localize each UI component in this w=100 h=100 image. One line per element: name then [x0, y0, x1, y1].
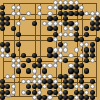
- black-stone: [84, 95, 89, 100]
- black-stone: [84, 47, 89, 52]
- white-stone: [47, 63, 52, 68]
- white-stone: [11, 74, 16, 79]
- black-stone: [32, 21, 37, 26]
- white-stone: [16, 11, 21, 16]
- white-stone: [11, 90, 16, 95]
- black-stone: [63, 90, 68, 95]
- white-stone: [95, 11, 100, 16]
- black-stone: [47, 47, 52, 52]
- black-stone: [47, 90, 52, 95]
- white-stone: [90, 58, 95, 63]
- black-stone: [32, 90, 37, 95]
- white-stone: [68, 32, 73, 37]
- white-stone: [47, 11, 52, 16]
- black-stone: [74, 68, 79, 73]
- black-stone: [21, 53, 26, 58]
- black-stone: [90, 90, 95, 95]
- black-stone: [68, 11, 73, 16]
- white-stone: [63, 47, 68, 52]
- black-stone: [95, 37, 100, 42]
- black-stone: [68, 84, 73, 89]
- white-stone: [68, 53, 73, 58]
- black-stone: [47, 53, 52, 58]
- white-stone: [90, 11, 95, 16]
- white-stone: [32, 68, 37, 73]
- star-point: [18, 49, 19, 50]
- white-stone: [37, 90, 42, 95]
- white-stone: [11, 11, 16, 16]
- black-stone: [90, 95, 95, 100]
- black-stone: [90, 47, 95, 52]
- white-stone: [74, 47, 79, 52]
- black-stone: [47, 37, 52, 42]
- white-stone: [47, 95, 52, 100]
- black-stone: [74, 32, 79, 37]
- black-stone: [0, 95, 5, 100]
- white-stone: [53, 37, 58, 42]
- black-stone: [16, 68, 21, 73]
- black-stone: [68, 68, 73, 73]
- black-stone: [47, 84, 52, 89]
- black-stone: [16, 32, 21, 37]
- black-stone: [0, 11, 5, 16]
- white-stone: [37, 11, 42, 16]
- white-stone: [32, 95, 37, 100]
- go-board[interactable]: [0, 0, 100, 100]
- black-stone: [95, 26, 100, 31]
- black-stone: [84, 68, 89, 73]
- black-stone: [32, 53, 37, 58]
- black-stone: [68, 95, 73, 100]
- black-stone: [42, 68, 47, 73]
